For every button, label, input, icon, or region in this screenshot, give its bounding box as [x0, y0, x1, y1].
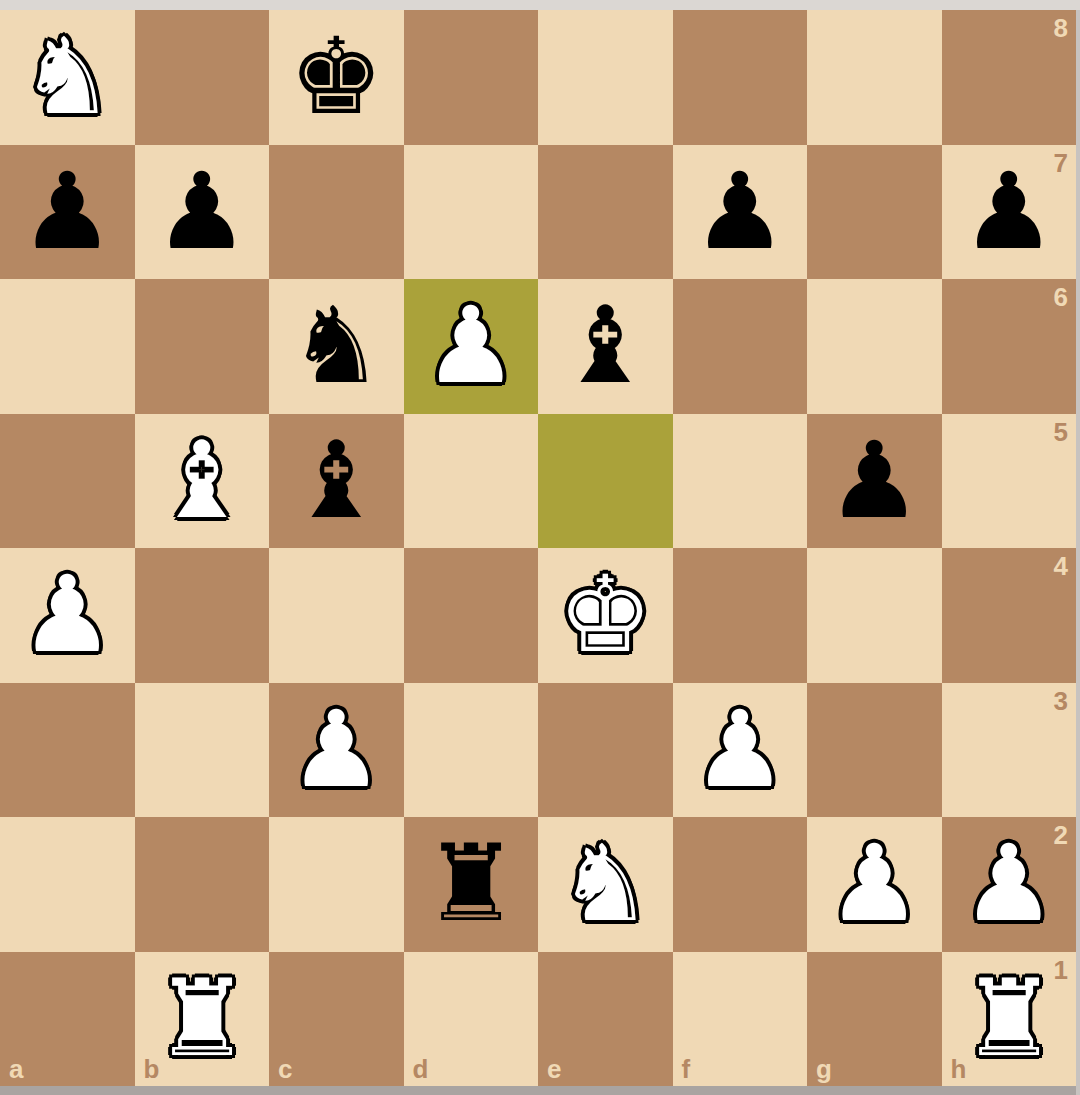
square-c4[interactable]	[269, 548, 404, 683]
black-bishop[interactable]: ♝	[538, 279, 673, 414]
square-b1[interactable]: ♜b	[135, 952, 270, 1087]
square-h2[interactable]: ♟2	[942, 817, 1077, 952]
square-b6[interactable]	[135, 279, 270, 414]
square-b5[interactable]: ♝	[135, 414, 270, 549]
square-e3[interactable]	[538, 683, 673, 818]
square-a6[interactable]	[0, 279, 135, 414]
black-pawn[interactable]: ♟	[0, 145, 135, 280]
rank-label-5: 5	[1054, 419, 1068, 445]
square-e2[interactable]: ♞	[538, 817, 673, 952]
square-h1[interactable]: ♜h1	[942, 952, 1077, 1087]
file-label-a: a	[9, 1056, 23, 1082]
square-f3[interactable]: ♟	[673, 683, 808, 818]
square-f1[interactable]: f	[673, 952, 808, 1087]
black-pawn[interactable]: ♟	[135, 145, 270, 280]
square-d7[interactable]	[404, 145, 539, 280]
square-f4[interactable]	[673, 548, 808, 683]
top-gutter	[0, 0, 1080, 10]
square-b2[interactable]	[135, 817, 270, 952]
square-c7[interactable]	[269, 145, 404, 280]
square-f5[interactable]	[673, 414, 808, 549]
file-label-f: f	[682, 1056, 691, 1082]
rank-label-4: 4	[1054, 553, 1068, 579]
chess-board: ♞♚8♟♟♟♟7♞♟♝6♝♝♟5♟♚4♟♟3♜♞♟♟2a♜bcdefg♜h1	[0, 10, 1076, 1086]
square-e6[interactable]: ♝	[538, 279, 673, 414]
square-c8[interactable]: ♚	[269, 10, 404, 145]
square-g3[interactable]	[807, 683, 942, 818]
square-a3[interactable]	[0, 683, 135, 818]
square-h3[interactable]: 3	[942, 683, 1077, 818]
square-f7[interactable]: ♟	[673, 145, 808, 280]
white-pawn[interactable]: ♟	[269, 683, 404, 818]
square-a1[interactable]: a	[0, 952, 135, 1087]
square-e1[interactable]: e	[538, 952, 673, 1087]
black-knight[interactable]: ♞	[269, 279, 404, 414]
square-c5[interactable]: ♝	[269, 414, 404, 549]
square-d4[interactable]	[404, 548, 539, 683]
square-a2[interactable]	[0, 817, 135, 952]
square-d8[interactable]	[404, 10, 539, 145]
rank-label-6: 6	[1054, 284, 1068, 310]
white-king[interactable]: ♚	[538, 548, 673, 683]
white-pawn[interactable]: ♟	[673, 683, 808, 818]
white-rook[interactable]: ♜	[135, 952, 270, 1087]
square-d3[interactable]	[404, 683, 539, 818]
square-f2[interactable]	[673, 817, 808, 952]
square-a7[interactable]: ♟	[0, 145, 135, 280]
white-pawn[interactable]: ♟	[807, 817, 942, 952]
square-h8[interactable]: 8	[942, 10, 1077, 145]
square-a8[interactable]: ♞	[0, 10, 135, 145]
black-pawn[interactable]: ♟	[942, 145, 1077, 280]
black-pawn[interactable]: ♟	[673, 145, 808, 280]
white-rook[interactable]: ♜	[942, 952, 1077, 1087]
square-d6[interactable]: ♟	[404, 279, 539, 414]
black-bishop[interactable]: ♝	[269, 414, 404, 549]
square-e7[interactable]	[538, 145, 673, 280]
square-g6[interactable]	[807, 279, 942, 414]
square-c3[interactable]: ♟	[269, 683, 404, 818]
square-c6[interactable]: ♞	[269, 279, 404, 414]
square-d1[interactable]: d	[404, 952, 539, 1087]
white-pawn[interactable]: ♟	[0, 548, 135, 683]
square-g8[interactable]	[807, 10, 942, 145]
white-knight[interactable]: ♞	[538, 817, 673, 952]
file-label-g: g	[816, 1056, 832, 1082]
square-d5[interactable]	[404, 414, 539, 549]
square-g1[interactable]: g	[807, 952, 942, 1087]
square-h7[interactable]: ♟7	[942, 145, 1077, 280]
square-b4[interactable]	[135, 548, 270, 683]
file-label-c: c	[278, 1056, 292, 1082]
square-g5[interactable]: ♟	[807, 414, 942, 549]
white-pawn[interactable]: ♟	[404, 279, 539, 414]
square-c2[interactable]	[269, 817, 404, 952]
black-king[interactable]: ♚	[269, 10, 404, 145]
square-h6[interactable]: 6	[942, 279, 1077, 414]
rank-label-8: 8	[1054, 15, 1068, 41]
square-a5[interactable]	[0, 414, 135, 549]
square-e4[interactable]: ♚	[538, 548, 673, 683]
square-f6[interactable]	[673, 279, 808, 414]
square-g4[interactable]	[807, 548, 942, 683]
square-h4[interactable]: 4	[942, 548, 1077, 683]
black-rook[interactable]: ♜	[404, 817, 539, 952]
white-pawn[interactable]: ♟	[942, 817, 1077, 952]
scrollbar[interactable]	[1076, 10, 1080, 1095]
rank-label-3: 3	[1054, 688, 1068, 714]
square-g7[interactable]	[807, 145, 942, 280]
black-pawn[interactable]: ♟	[807, 414, 942, 549]
square-a4[interactable]: ♟	[0, 548, 135, 683]
square-e8[interactable]	[538, 10, 673, 145]
square-b3[interactable]	[135, 683, 270, 818]
square-b8[interactable]	[135, 10, 270, 145]
square-c1[interactable]: c	[269, 952, 404, 1087]
square-e5[interactable]	[538, 414, 673, 549]
square-b7[interactable]: ♟	[135, 145, 270, 280]
square-g2[interactable]: ♟	[807, 817, 942, 952]
white-bishop[interactable]: ♝	[135, 414, 270, 549]
file-label-d: d	[413, 1056, 429, 1082]
file-label-e: e	[547, 1056, 561, 1082]
square-d2[interactable]: ♜	[404, 817, 539, 952]
bottom-gutter	[0, 1086, 1076, 1095]
page: ♞♚8♟♟♟♟7♞♟♝6♝♝♟5♟♚4♟♟3♜♞♟♟2a♜bcdefg♜h1	[0, 0, 1080, 1095]
square-f8[interactable]	[673, 10, 808, 145]
white-knight[interactable]: ♞	[0, 10, 135, 145]
square-h5[interactable]: 5	[942, 414, 1077, 549]
